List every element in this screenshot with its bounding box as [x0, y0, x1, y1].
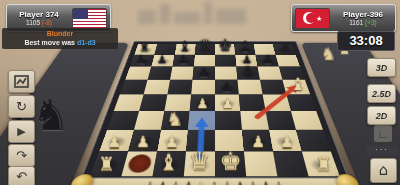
piece-white-king[interactable]: ♚	[215, 149, 246, 174]
piece-white-pawn[interactable]: ♟	[129, 134, 158, 150]
captured-white-knight: ♞	[321, 46, 337, 64]
player-left-name: Player 374	[19, 10, 59, 19]
player-left-rating-change: (-8)	[42, 19, 52, 26]
player-left-rating: 1105 (-8)	[26, 19, 52, 26]
usa-flag-icon	[72, 8, 107, 29]
square-c7[interactable]: ♟	[172, 55, 194, 67]
piece-black-rook[interactable]: ♜	[275, 41, 295, 53]
player-right-rating: 1161 (+3)	[349, 19, 377, 26]
piece-white-bishop[interactable]: ♝	[286, 76, 310, 93]
analysis-graph-button[interactable]	[8, 70, 35, 93]
square-b6[interactable]	[148, 67, 173, 80]
square-f6[interactable]: ♞	[236, 67, 260, 80]
square-f5[interactable]	[237, 80, 262, 95]
square-g2[interactable]: ♟	[269, 130, 302, 152]
chess-app: ♞♟ ♞♟ ♜♝♛♚♝♜♟♟♟♟♟♟♞♟♝♟♟♞♟♟♟♟♟♜♝♛♚♜ ♙ ♟ ♙…	[0, 0, 400, 185]
piece-white-pawn[interactable]: ♟	[100, 134, 129, 150]
game-clock: 33:08	[337, 31, 395, 51]
view-3d-button[interactable]: 3D	[367, 58, 396, 77]
piece-white-pawn[interactable]: ♟	[273, 134, 302, 150]
square-c2[interactable]: ♟	[157, 130, 188, 152]
rotate-icon: ↻	[16, 100, 27, 113]
piece-white-pawn[interactable]: ♟	[157, 134, 186, 150]
redo-icon: ↷	[16, 149, 27, 162]
front-rail: ♙ ♟ ♙ ♟ ♘ ♗ ♙ ♟ ♙ ♟ ♙	[75, 177, 355, 185]
square-e7[interactable]	[215, 55, 236, 67]
best-move-text: Best move was d1-d3	[4, 38, 116, 47]
piece-black-queen[interactable]: ♛	[195, 38, 215, 54]
piece-white-bishop[interactable]: ♝	[153, 152, 184, 175]
square-c3[interactable]: ♞	[161, 111, 190, 130]
square-e6[interactable]	[215, 67, 237, 80]
square-b7[interactable]: ♟	[151, 55, 174, 67]
square-h1[interactable]: ♜	[302, 151, 340, 176]
square-b2[interactable]: ♟	[128, 130, 161, 152]
square-b4[interactable]	[139, 94, 167, 111]
piece-black-knight[interactable]: ♞	[237, 63, 259, 78]
piece-black-rook[interactable]: ♜	[134, 41, 154, 53]
square-d5[interactable]	[191, 80, 215, 95]
square-f1[interactable]	[244, 151, 277, 176]
blunder-label: Blunder	[4, 30, 116, 38]
play-button[interactable]: ▶	[8, 120, 35, 143]
home-icon: ⌂	[379, 163, 389, 178]
piece-black-pawn[interactable]: ♟	[193, 67, 215, 79]
piece-white-queen[interactable]: ♛	[184, 149, 215, 174]
square-f2[interactable]: ♟	[242, 130, 273, 152]
piece-white-knight[interactable]: ♞	[161, 110, 188, 129]
square-e1[interactable]: ♚	[215, 151, 246, 176]
square-h7[interactable]	[276, 55, 300, 67]
piece-black-bishop[interactable]: ♝	[235, 39, 255, 54]
piece-white-rook[interactable]: ♜	[308, 155, 339, 174]
blunder-message: Blunder Best move was d1-d3	[2, 28, 118, 49]
piece-white-pawn[interactable]: ♟	[190, 96, 215, 110]
piece-black-pawn[interactable]: ♟	[130, 54, 151, 65]
view-2d-button[interactable]: 2D	[367, 106, 396, 125]
square-e4[interactable]: ♟	[215, 94, 240, 111]
square-f3[interactable]	[240, 111, 269, 130]
square-e8[interactable]: ♚	[215, 44, 235, 55]
piece-white-pawn[interactable]: ♟	[215, 96, 240, 110]
square-c6[interactable]	[170, 67, 194, 80]
square-c1[interactable]: ♝	[153, 151, 186, 176]
square-d1[interactable]: ♛	[184, 151, 215, 176]
square-h5[interactable]: ♝	[282, 80, 310, 95]
rotate-board-button[interactable]: ↻	[8, 95, 35, 118]
square-b5[interactable]	[144, 80, 170, 95]
piece-white-rook[interactable]: ♜	[91, 155, 122, 174]
square-b3[interactable]	[134, 111, 164, 130]
piece-black-pawn[interactable]: ♟	[257, 54, 278, 65]
square-e5[interactable]: ♟	[215, 80, 239, 95]
redo-button[interactable]: ↷	[8, 144, 35, 167]
home-button[interactable]: ⌂	[370, 158, 397, 183]
player-right-rating-change: (+3)	[365, 19, 377, 26]
square-h8[interactable]: ♜	[273, 44, 296, 55]
piece-black-pawn[interactable]: ♟	[173, 54, 194, 65]
piece-white-pawn[interactable]: ♟	[244, 134, 273, 150]
square-d3[interactable]	[188, 111, 215, 130]
undo-icon: ↶	[16, 170, 27, 183]
chess-board: ♞♟ ♞♟ ♜♝♛♚♝♜♟♟♟♟♟♟♞♟♝♟♟♞♟♟♟♟♟♜♝♛♚♜ ♙ ♟ ♙…	[90, 44, 340, 176]
piece-black-bishop[interactable]: ♝	[175, 39, 195, 54]
piece-black-pawn[interactable]: ♟	[151, 54, 172, 65]
faded-corner-icon: ∟	[374, 125, 392, 142]
square-c5[interactable]	[167, 80, 192, 95]
piece-black-king[interactable]: ♚	[215, 38, 235, 54]
player-badge-right: ★ Player-396 1161 (+3)	[291, 4, 396, 32]
graph-icon	[14, 75, 29, 88]
piece-black-pawn[interactable]: ♟	[215, 81, 239, 94]
square-e3[interactable]	[215, 111, 242, 130]
captured-black-knight: ♞	[32, 94, 70, 136]
undo-button[interactable]: ↶	[8, 166, 35, 185]
square-a6[interactable]	[125, 67, 151, 80]
square-d8[interactable]: ♛	[195, 44, 215, 55]
square-f4[interactable]	[239, 94, 266, 111]
square-d4[interactable]: ♟	[190, 94, 215, 111]
best-move-value: d1-d3	[77, 39, 96, 46]
more-options-button[interactable]: ···	[366, 146, 398, 155]
view-25d-button[interactable]: 2.5D	[367, 84, 396, 103]
turkey-flag-icon: ★	[295, 8, 330, 29]
player-right-name: Player-396	[343, 10, 383, 19]
square-d6[interactable]: ♟	[193, 67, 215, 80]
square-b1[interactable]	[121, 151, 157, 176]
play-icon: ▶	[17, 126, 25, 137]
